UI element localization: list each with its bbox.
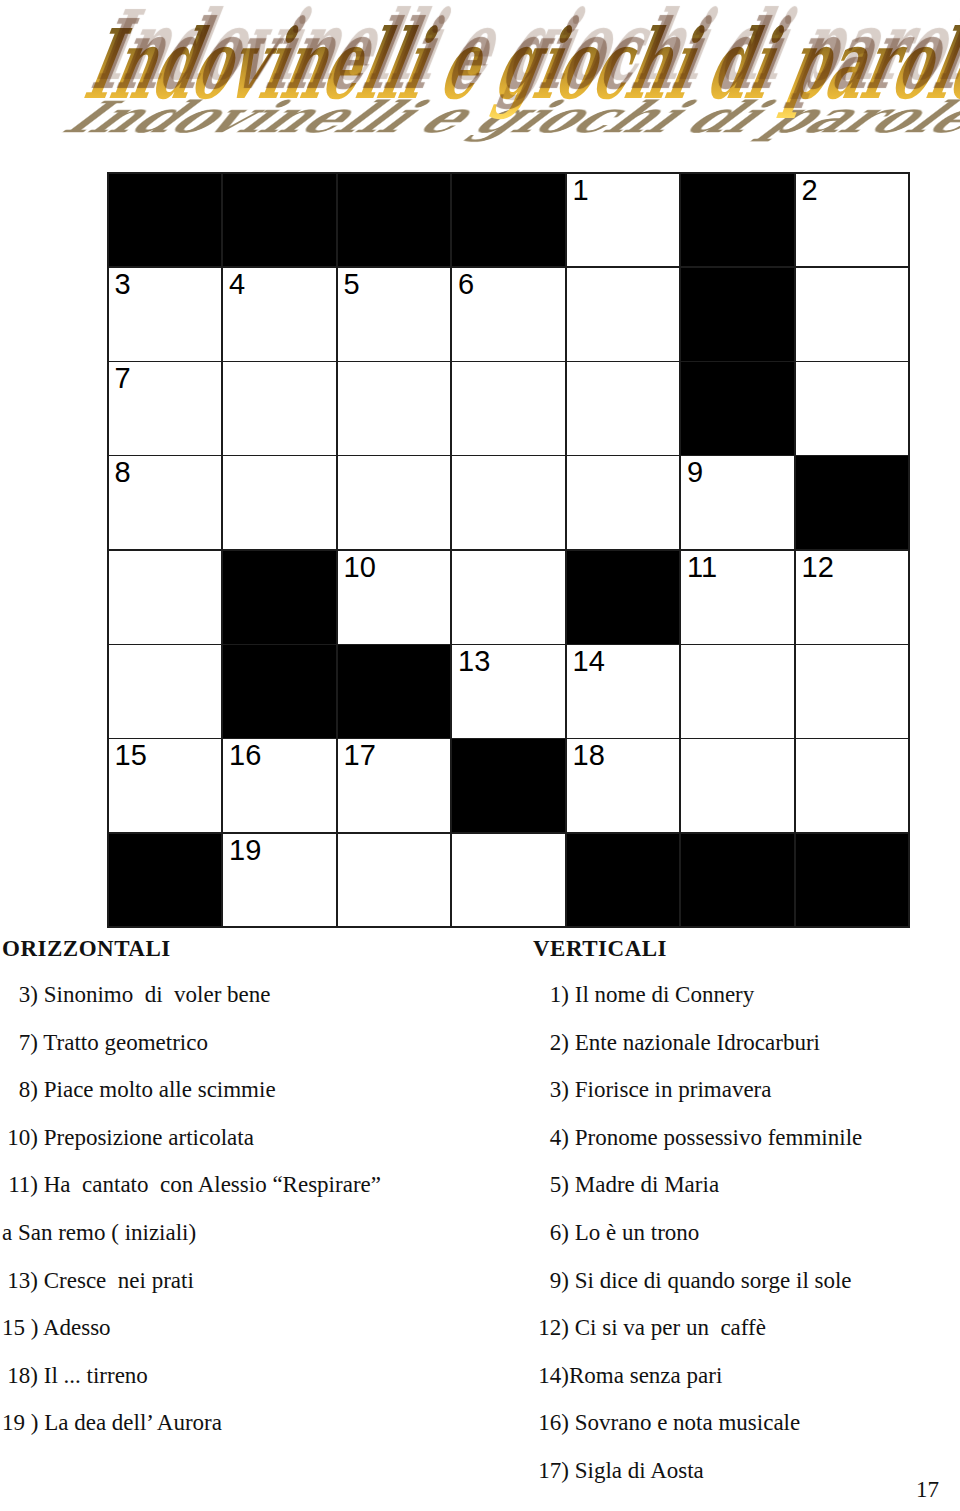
clue-number: 3) <box>533 1077 569 1103</box>
clue: 14)Roma senza pari <box>533 1363 958 1411</box>
clue: 15 ) Adesso <box>2 1315 527 1363</box>
clue: a San remo ( iniziali) <box>2 1220 527 1268</box>
block-cell <box>681 268 794 361</box>
clue-text: Cresce nei prati <box>38 1268 194 1293</box>
grid-cell[interactable] <box>223 362 336 455</box>
block-cell <box>109 174 222 267</box>
clue: 18) Il ... tirreno <box>2 1363 527 1411</box>
cell-number: 6 <box>458 269 474 301</box>
cell-number: 12 <box>802 552 834 584</box>
grid-cell[interactable] <box>796 739 909 832</box>
clue-text: Sinonimo di voler bene <box>38 982 271 1007</box>
grid-cell[interactable] <box>567 456 680 549</box>
clue-number: 7) <box>2 1030 38 1056</box>
clue: 9) Si dice di quando sorge il sole <box>533 1268 958 1316</box>
block-cell <box>452 174 565 267</box>
clue-text: Ci si va per un caffè <box>569 1315 766 1340</box>
grid-cell[interactable] <box>109 645 222 738</box>
clue-number: 16) <box>533 1410 569 1436</box>
grid-cell[interactable]: 6 <box>452 268 565 361</box>
block-cell <box>338 645 451 738</box>
block-cell <box>223 551 336 644</box>
grid-cell[interactable] <box>567 268 680 361</box>
grid-cell[interactable]: 5 <box>338 268 451 361</box>
clue-number: 19 ) <box>2 1410 38 1436</box>
grid-cell[interactable] <box>109 551 222 644</box>
clue: 16) Sovrano e nota musicale <box>533 1410 958 1458</box>
clue-text: Ha cantato con Alessio “Respirare” <box>38 1172 381 1197</box>
clue-text: Lo è un trono <box>569 1220 699 1245</box>
clue: 2) Ente nazionale Idrocarburi <box>533 1030 958 1078</box>
grid-cell[interactable]: 18 <box>567 739 680 832</box>
cell-number: 4 <box>229 269 245 301</box>
across-heading: ORIZZONTALI <box>2 936 527 982</box>
clue-text: Roma senza pari <box>569 1363 722 1388</box>
grid-cell[interactable] <box>452 362 565 455</box>
grid-cell[interactable]: 10 <box>338 551 451 644</box>
cell-number: 11 <box>687 552 717 584</box>
clue-text: Fiorisce in primavera <box>569 1077 771 1102</box>
grid-cell[interactable] <box>796 362 909 455</box>
clue-number: 9) <box>533 1268 569 1294</box>
cell-number: 15 <box>115 740 147 772</box>
block-cell <box>567 551 680 644</box>
grid-cell[interactable]: 12 <box>796 551 909 644</box>
clue: 7) Tratto geometrico <box>2 1030 527 1078</box>
clue: 17) Sigla di Aosta <box>533 1458 958 1506</box>
grid-cell[interactable] <box>223 456 336 549</box>
clue: 12) Ci si va per un caffè <box>533 1315 958 1363</box>
block-cell <box>223 645 336 738</box>
grid-cell[interactable] <box>338 834 451 927</box>
clue-text: a San remo ( iniziali) <box>2 1220 196 1245</box>
grid-cell[interactable]: 1 <box>567 174 680 267</box>
clue-text: Si dice di quando sorge il sole <box>569 1268 852 1293</box>
grid-cell[interactable] <box>338 456 451 549</box>
grid-cell[interactable] <box>567 362 680 455</box>
grid-cell[interactable]: 9 <box>681 456 794 549</box>
cell-number: 10 <box>344 552 376 584</box>
grid-cell[interactable]: 14 <box>567 645 680 738</box>
clue: 6) Lo è un trono <box>533 1220 958 1268</box>
clue-number: 8) <box>2 1077 38 1103</box>
clue-number: 17) <box>533 1458 569 1484</box>
clue-text: Tratto geometrico <box>38 1030 208 1055</box>
clue-text: Il ... tirreno <box>38 1363 148 1388</box>
clue-number: 4) <box>533 1125 569 1151</box>
grid-cell[interactable] <box>452 456 565 549</box>
grid-cell[interactable]: 13 <box>452 645 565 738</box>
block-cell <box>681 834 794 927</box>
clue-text: Il nome di Connery <box>569 982 754 1007</box>
clue-text: Piace molto alle scimmie <box>38 1077 276 1102</box>
clue-number: 15 ) <box>2 1315 38 1341</box>
block-cell <box>681 174 794 267</box>
grid-cell[interactable]: 16 <box>223 739 336 832</box>
grid-cell[interactable]: 4 <box>223 268 336 361</box>
clue: 19 ) La dea dell’ Aurora <box>2 1410 527 1458</box>
grid-cell[interactable] <box>452 834 565 927</box>
clue-number: 1) <box>533 982 569 1008</box>
clue-text: Preposizione articolata <box>38 1125 254 1150</box>
clue-number: 2) <box>533 1030 569 1056</box>
grid-cell[interactable]: 2 <box>796 174 909 267</box>
block-cell <box>452 739 565 832</box>
cell-number: 3 <box>115 269 131 301</box>
cell-number: 13 <box>458 646 490 678</box>
clue-number: 13) <box>2 1268 38 1294</box>
clue-number: 12) <box>533 1315 569 1341</box>
grid-cell[interactable] <box>452 551 565 644</box>
clue-number: 6) <box>533 1220 569 1246</box>
clue-text: Ente nazionale Idrocarburi <box>569 1030 820 1055</box>
cell-number: 19 <box>229 835 261 867</box>
cell-number: 8 <box>115 457 131 489</box>
grid-cell[interactable]: 11 <box>681 551 794 644</box>
clue-number: 14) <box>533 1363 569 1389</box>
cell-number: 17 <box>344 740 376 772</box>
clue-text: Sigla di Aosta <box>569 1458 704 1483</box>
grid-cell[interactable]: 19 <box>223 834 336 927</box>
grid-cell[interactable]: 3 <box>109 268 222 361</box>
clue-number: 10) <box>2 1125 38 1151</box>
clue: 10) Preposizione articolata <box>2 1125 527 1173</box>
clue-text: Sovrano e nota musicale <box>569 1410 800 1435</box>
cell-number: 2 <box>802 175 818 207</box>
cell-number: 14 <box>573 646 605 678</box>
clue: 11) Ha cantato con Alessio “Respirare” <box>2 1172 527 1220</box>
block-cell <box>796 834 909 927</box>
clue: 4) Pronome possessivo femminile <box>533 1125 958 1173</box>
grid-cell[interactable]: 7 <box>109 362 222 455</box>
grid-cell[interactable]: 15 <box>109 739 222 832</box>
clue: 8) Piace molto alle scimmie <box>2 1077 527 1125</box>
clue-number: 3) <box>2 982 38 1008</box>
grid-cell[interactable] <box>681 739 794 832</box>
grid-cell[interactable]: 17 <box>338 739 451 832</box>
cell-number: 16 <box>229 740 261 772</box>
clue: 3) Sinonimo di voler bene <box>2 982 527 1030</box>
clue: 1) Il nome di Connery <box>533 982 958 1030</box>
cell-number: 5 <box>344 269 360 301</box>
block-cell <box>109 834 222 927</box>
clue-text: La dea dell’ Aurora <box>38 1410 221 1435</box>
clue: 3) Fiorisce in primavera <box>533 1077 958 1125</box>
page-title: Indovinelli e giochi di parole <box>76 8 960 121</box>
clue-number: 18) <box>2 1363 38 1389</box>
clue: 13) Cresce nei prati <box>2 1268 527 1316</box>
block-cell <box>223 174 336 267</box>
clue-number: 11) <box>2 1172 38 1198</box>
clue: 5) Madre di Maria <box>533 1172 958 1220</box>
cell-number: 18 <box>573 740 605 772</box>
clue-text: Pronome possessivo femminile <box>569 1125 862 1150</box>
block-cell <box>338 174 451 267</box>
title-banner: Indovinelli e giochi di parole Indovinel… <box>96 4 942 170</box>
across-clues: ORIZZONTALI 3) Sinonimo di voler bene7) … <box>2 936 527 1458</box>
cell-number: 9 <box>687 457 703 489</box>
block-cell <box>567 834 680 927</box>
grid-cell[interactable] <box>681 645 794 738</box>
clue-number: 5) <box>533 1172 569 1198</box>
cell-number: 1 <box>573 175 589 207</box>
down-heading: VERTICALI <box>533 936 958 982</box>
grid-cell[interactable] <box>796 645 909 738</box>
page-number: 17 <box>916 1477 939 1503</box>
crossword-grid: 12345678910111213141516171819 <box>107 172 910 928</box>
block-cell <box>796 456 909 549</box>
cell-number: 7 <box>115 363 131 395</box>
grid-cell[interactable] <box>796 268 909 361</box>
down-clues: VERTICALI 1) Il nome di Connery2) Ente n… <box>533 936 958 1506</box>
grid-cell[interactable]: 8 <box>109 456 222 549</box>
clue-text: Adesso <box>38 1315 110 1340</box>
clue-text: Madre di Maria <box>569 1172 719 1197</box>
block-cell <box>681 362 794 455</box>
grid-cell[interactable] <box>338 362 451 455</box>
